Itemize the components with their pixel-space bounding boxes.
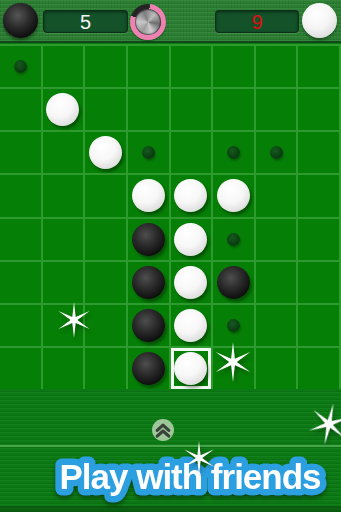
- board-cell-e5[interactable]: [171, 219, 212, 260]
- board-cell-c4[interactable]: [85, 175, 126, 216]
- play-with-friends-button[interactable]: Play with friends: [0, 442, 341, 512]
- board-cell-e8[interactable]: [171, 348, 212, 389]
- board: [0, 44, 341, 389]
- board-cell-d6[interactable]: [128, 262, 169, 303]
- board-cell-f4[interactable]: [213, 175, 254, 216]
- board-cell-g6[interactable]: [256, 262, 297, 303]
- board-cell-h8[interactable]: [298, 348, 339, 389]
- board-cell-h7[interactable]: [298, 305, 339, 346]
- board-cell-b5[interactable]: [43, 219, 84, 260]
- black-disc: [132, 223, 165, 256]
- board-cell-h4[interactable]: [298, 175, 339, 216]
- board-cell-b1[interactable]: [43, 46, 84, 87]
- white-disc: [132, 179, 165, 212]
- legal-move-hint-dot: [14, 60, 27, 73]
- chevron-double-up-icon: [153, 420, 173, 440]
- black-disc: [132, 309, 165, 342]
- board-cell-a6[interactable]: [0, 262, 41, 303]
- black-score-value: 5: [80, 12, 91, 32]
- board-cell-h3[interactable]: [298, 132, 339, 173]
- board-cell-f1[interactable]: [213, 46, 254, 87]
- board-cell-f5[interactable]: [213, 219, 254, 260]
- board-cell-f7[interactable]: [213, 305, 254, 346]
- board-cell-h2[interactable]: [298, 89, 339, 130]
- board-cell-h5[interactable]: [298, 219, 339, 260]
- board-cell-c8[interactable]: [85, 348, 126, 389]
- board-cell-e6[interactable]: [171, 262, 212, 303]
- white-disc: [174, 266, 207, 299]
- board-cell-a3[interactable]: [0, 132, 41, 173]
- board-cell-a8[interactable]: [0, 348, 41, 389]
- board-cell-g3[interactable]: [256, 132, 297, 173]
- board-cell-a5[interactable]: [0, 219, 41, 260]
- board-cell-f2[interactable]: [213, 89, 254, 130]
- board-cell-a2[interactable]: [0, 89, 41, 130]
- board-cell-b8[interactable]: [43, 348, 84, 389]
- white-disc: [174, 352, 207, 385]
- board-cell-c6[interactable]: [85, 262, 126, 303]
- board-cell-c7[interactable]: [85, 305, 126, 346]
- white-disc: [46, 93, 79, 126]
- board-cell-b2[interactable]: [43, 89, 84, 130]
- top-bar: 5 9: [0, 0, 341, 43]
- black-disc: [217, 266, 250, 299]
- board-cell-d7[interactable]: [128, 305, 169, 346]
- board-cell-e4[interactable]: [171, 175, 212, 216]
- legal-move-hint-dot: [227, 146, 240, 159]
- board-cell-a7[interactable]: [0, 305, 41, 346]
- board-cell-d2[interactable]: [128, 89, 169, 130]
- board-cell-g7[interactable]: [256, 305, 297, 346]
- white-disc: [174, 223, 207, 256]
- white-score-box: 9: [215, 10, 299, 33]
- board-cell-g8[interactable]: [256, 348, 297, 389]
- white-disc: [174, 309, 207, 342]
- board-cell-e3[interactable]: [171, 132, 212, 173]
- black-score-box: 5: [43, 10, 128, 33]
- board-cell-f8[interactable]: [213, 348, 254, 389]
- board-cell-g2[interactable]: [256, 89, 297, 130]
- board-cell-g1[interactable]: [256, 46, 297, 87]
- board-cell-b3[interactable]: [43, 132, 84, 173]
- board-cell-b6[interactable]: [43, 262, 84, 303]
- expand-button[interactable]: [152, 419, 174, 441]
- white-disc: [174, 179, 207, 212]
- black-disc: [132, 352, 165, 385]
- turn-timer-dial: [135, 9, 161, 35]
- board-cell-a1[interactable]: [0, 46, 41, 87]
- white-disc: [89, 136, 122, 169]
- board-cell-b7[interactable]: [43, 305, 84, 346]
- board-cell-h6[interactable]: [298, 262, 339, 303]
- board-cell-e1[interactable]: [171, 46, 212, 87]
- white-score-value: 9: [251, 12, 262, 32]
- board-cell-d8[interactable]: [128, 348, 169, 389]
- board-cell-d3[interactable]: [128, 132, 169, 173]
- legal-move-hint-dot: [227, 319, 240, 332]
- legal-move-hint-dot: [270, 146, 283, 159]
- board-cell-c2[interactable]: [85, 89, 126, 130]
- black-disc: [132, 266, 165, 299]
- board-cell-d5[interactable]: [128, 219, 169, 260]
- board-cell-a4[interactable]: [0, 175, 41, 216]
- board-cell-c3[interactable]: [85, 132, 126, 173]
- board-cell-g5[interactable]: [256, 219, 297, 260]
- legal-move-hint-dot: [142, 146, 155, 159]
- legal-move-hint-dot: [227, 233, 240, 246]
- board-cell-c1[interactable]: [85, 46, 126, 87]
- white-disc: [217, 179, 250, 212]
- board-cell-f6[interactable]: [213, 262, 254, 303]
- reversi-app: 5 9 Play with friends: [0, 0, 341, 512]
- board-cell-e2[interactable]: [171, 89, 212, 130]
- board-cell-b4[interactable]: [43, 175, 84, 216]
- white-player-disc-icon: [302, 3, 337, 38]
- turn-timer-ring: [130, 4, 166, 40]
- board-cell-h1[interactable]: [298, 46, 339, 87]
- board-cell-d1[interactable]: [128, 46, 169, 87]
- board-cell-e7[interactable]: [171, 305, 212, 346]
- board-cell-d4[interactable]: [128, 175, 169, 216]
- board-cell-g4[interactable]: [256, 175, 297, 216]
- cta-label: Play with friends: [59, 457, 321, 496]
- board-cell-f3[interactable]: [213, 132, 254, 173]
- board-cell-c5[interactable]: [85, 219, 126, 260]
- black-player-disc-icon: [3, 3, 38, 38]
